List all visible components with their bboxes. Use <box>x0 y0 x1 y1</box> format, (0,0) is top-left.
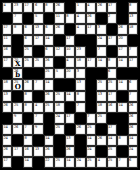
black-cell-r5c2 <box>12 46 22 57</box>
grid-cell-r12c8[interactable]: 26 <box>75 124 85 135</box>
grid-cell-r9c8[interactable]: 8 <box>75 91 85 102</box>
grid-cell-r12c4[interactable]: 9 <box>33 124 43 135</box>
code-number: 26 <box>56 3 60 8</box>
grid-cell-r8c4[interactable]: 7 <box>33 79 43 90</box>
grid-cell-r8c11[interactable]: 25 <box>107 79 117 90</box>
code-number: 26 <box>24 80 28 85</box>
code-number: 25 <box>45 103 49 108</box>
grid-cell-r3c10[interactable]: 3 <box>96 24 106 35</box>
grid-cell-r6c10[interactable]: 14 <box>96 57 106 68</box>
code-number: 7 <box>129 92 131 97</box>
code-number: 5 <box>56 69 58 74</box>
code-number: 18 <box>4 80 8 85</box>
code-number: 17 <box>66 114 70 119</box>
black-cell-r4c9 <box>86 35 96 46</box>
code-number: 18 <box>129 25 133 30</box>
code-number: 24 <box>56 114 60 119</box>
code-number: 14 <box>66 158 70 163</box>
code-number: 6 <box>45 25 47 30</box>
code-number: 8 <box>119 136 121 141</box>
code-number: 8 <box>24 92 26 97</box>
grid-cell-r10c6[interactable]: 18 <box>54 102 64 113</box>
grid-cell-r12c6[interactable]: 25 <box>54 124 64 135</box>
code-number: 25 <box>56 92 60 97</box>
grid-cell-r10c11[interactable]: 16 <box>107 102 117 113</box>
code-number: 8 <box>24 136 26 141</box>
grid-cell-r6c7[interactable]: 4 <box>65 57 75 68</box>
grid-cell-r1c10[interactable]: 26 <box>96 2 106 13</box>
grid-cell-r15c8[interactable]: 24 <box>75 157 85 168</box>
black-cell-r4c13 <box>128 35 138 46</box>
code-number: 26 <box>45 147 49 152</box>
black-cell-r13c4 <box>33 135 43 146</box>
grid-cell-r8c8[interactable]: 13 <box>75 79 85 90</box>
code-number: 14 <box>24 158 28 163</box>
grid-cell-r6c4[interactable]: 25 <box>33 57 43 68</box>
grid-cell-r4c12[interactable]: 20 <box>117 35 127 46</box>
grid-cell-r8c13[interactable]: 6 <box>128 79 138 90</box>
grid-cell-r14c2[interactable]: 17 <box>12 146 22 157</box>
black-cell-r1c7 <box>65 2 75 13</box>
black-cell-r8c6 <box>54 79 64 90</box>
grid-cell-r13c9[interactable]: 14 <box>86 135 96 146</box>
grid-cell-r6c5[interactable]: 26 <box>44 57 54 68</box>
grid-cell-r3c1[interactable]: 17 <box>2 24 12 35</box>
code-number: 6 <box>45 47 47 52</box>
code-number: 6 <box>129 80 131 85</box>
black-cell-r5c11 <box>107 46 117 57</box>
black-cell-r11c8 <box>75 113 85 124</box>
grid-cell-r7c7[interactable]: 20 <box>65 68 75 79</box>
grid-cell-r10c12[interactable]: 14 <box>117 102 127 113</box>
grid-cell-r9c11[interactable]: 17 <box>107 91 117 102</box>
black-cell-r7c1 <box>2 68 12 79</box>
grid-cell-r15c9[interactable]: 25 <box>86 157 96 168</box>
black-cell-r12c10 <box>96 124 106 135</box>
code-number: 7 <box>35 114 37 119</box>
grid-cell-r11c2[interactable]: 9 <box>12 113 22 124</box>
black-cell-r4c6 <box>54 35 64 46</box>
code-number: 14 <box>108 136 112 141</box>
code-number: 11 <box>4 36 8 41</box>
code-number: 26 <box>4 147 8 152</box>
code-number: 25 <box>108 80 112 85</box>
grid-cell-r4c5[interactable]: 14 <box>44 35 54 46</box>
code-number: 17 <box>4 158 8 163</box>
code-number: 16 <box>108 103 112 108</box>
code-number: 25 <box>108 158 112 163</box>
code-number: 22 <box>45 158 49 163</box>
code-number: 17 <box>14 147 18 152</box>
black-cell-r14c10 <box>96 146 106 157</box>
code-number: 14 <box>119 80 123 85</box>
black-cell-r12c12 <box>117 124 127 135</box>
grid-cell-r5c7[interactable]: 10 <box>65 46 75 57</box>
code-number: 14 <box>66 92 70 97</box>
grid-cell-r12c2[interactable]: 26 <box>12 124 22 135</box>
grid-cell-r11c6[interactable]: 24 <box>54 113 64 124</box>
grid-cell-r13c11[interactable]: 14 <box>107 135 117 146</box>
black-cell-r11c11 <box>107 113 117 124</box>
grid-cell-r8c5[interactable]: 14 <box>44 79 54 90</box>
grid-cell-r10c1[interactable]: 26 <box>2 102 12 113</box>
grid-cell-r6c2[interactable]: 20X <box>12 57 22 68</box>
grid-cell-r6c12[interactable]: 14 <box>117 57 127 68</box>
grid-cell-r13c7[interactable]: 13 <box>65 135 75 146</box>
grid-cell-r6c8[interactable]: 18 <box>75 57 85 68</box>
code-number: 4 <box>4 3 6 8</box>
code-number: 8 <box>66 14 68 19</box>
code-number: 24 <box>129 147 133 152</box>
grid-cell-r10c13[interactable]: 26 <box>128 102 138 113</box>
grid-cell-r15c13[interactable]: 6 <box>128 157 138 168</box>
grid-cell-r12c11[interactable]: 17 <box>107 124 117 135</box>
grid-cell-r5c13[interactable]: 7 <box>128 46 138 57</box>
grid-cell-r11c7[interactable]: 17 <box>65 113 75 124</box>
code-number: 18 <box>77 58 81 63</box>
grid-cell-r10c2[interactable]: 25 <box>12 102 22 113</box>
code-number: 25 <box>24 47 28 52</box>
grid-cell-r3c6[interactable]: 26 <box>54 24 64 35</box>
black-cell-r12c7 <box>65 124 75 135</box>
grid-cell-r8c2[interactable]: 25O <box>12 79 22 90</box>
grid-cell-r2c13[interactable]: 13 <box>128 13 138 24</box>
grid-cell-r10c10[interactable]: 18 <box>96 102 106 113</box>
grid-cell-r6c11[interactable]: 8 <box>107 57 117 68</box>
grid-cell-r13c12[interactable]: 8 <box>117 135 127 146</box>
code-number: 16 <box>4 47 8 52</box>
black-cell-r7c12 <box>117 68 127 79</box>
black-cell-r4c2 <box>12 35 22 46</box>
grid-cell-r4c3[interactable]: 6 <box>23 35 33 46</box>
code-number: 11 <box>56 14 60 19</box>
code-number: 4 <box>35 103 37 108</box>
grid-cell-r1c13[interactable]: 8 <box>128 2 138 13</box>
grid-cell-r14c9[interactable]: 24 <box>86 146 96 157</box>
code-number: 20 <box>119 36 123 41</box>
grid-cell-r13c13[interactable]: 14 <box>128 135 138 146</box>
black-cell-r2c1 <box>2 13 12 24</box>
black-cell-r5c9 <box>86 46 96 57</box>
grid-cell-r5c6[interactable]: 12 <box>54 46 64 57</box>
code-number: 12 <box>56 47 60 52</box>
black-cell-r9c2 <box>12 91 22 102</box>
code-number: 25 <box>56 125 60 130</box>
code-number: 2 <box>108 14 110 19</box>
code-number: 17 <box>119 47 123 52</box>
grid-cell-r13c10[interactable]: 26 <box>96 135 106 146</box>
grid-cell-r14c11[interactable]: 25 <box>107 146 117 157</box>
code-number: 17 <box>87 58 91 63</box>
code-number: 17 <box>108 36 112 41</box>
code-number: 14 <box>119 58 123 63</box>
grid-cell-r1c5[interactable]: 8 <box>44 2 54 13</box>
code-number: 26 <box>98 136 102 141</box>
grid-cell-r15c7[interactable]: 14 <box>65 157 75 168</box>
grid-cell-r6c3[interactable]: 25 <box>23 57 33 68</box>
grid-cell-r6c1[interactable]: 17 <box>2 57 12 68</box>
grid-cell-r7c2[interactable]: 26b <box>12 68 22 79</box>
grid-cell-r2c9[interactable]: 26 <box>86 13 96 24</box>
given-letter: X <box>13 60 21 67</box>
grid-cell-r1c2[interactable]: 23 <box>12 2 22 13</box>
grid-cell-r14c5[interactable]: 26 <box>44 146 54 157</box>
black-cell-r14c8 <box>75 146 85 157</box>
black-cell-r7c13 <box>128 68 138 79</box>
black-cell-r7c4 <box>33 68 43 79</box>
grid-cell-r15c12[interactable]: 7 <box>117 157 127 168</box>
given-letter: b <box>13 71 21 78</box>
code-number: 25 <box>87 158 91 163</box>
grid-cell-r5c1[interactable]: 16 <box>2 46 12 57</box>
grid-cell-r4c4[interactable]: 17 <box>33 35 43 46</box>
grid-cell-r4c10[interactable]: 24 <box>96 35 106 46</box>
grid-cell-r15c11[interactable]: 25 <box>107 157 117 168</box>
code-number: 13 <box>35 147 39 152</box>
code-number: 8 <box>129 3 131 8</box>
grid-cell-r11c13[interactable]: 26 <box>128 113 138 124</box>
grid-cell-r8c10[interactable]: 25 <box>96 79 106 90</box>
grid-cell-r2c8[interactable]: 4 <box>75 13 85 24</box>
grid-cell-r4c1[interactable]: 11 <box>2 35 12 46</box>
grid-cell-r10c3[interactable]: 8 <box>23 102 33 113</box>
code-number: 4 <box>87 3 89 8</box>
grid-cell-r15c5[interactable]: 22 <box>44 157 54 168</box>
code-number: 26 <box>87 14 91 19</box>
grid-cell-r8c3[interactable]: 26 <box>23 79 33 90</box>
grid-cell-r7c5[interactable]: 25 <box>44 68 54 79</box>
code-number: 7 <box>77 103 79 108</box>
code-number: 18 <box>98 103 102 108</box>
grid-cell-r12c13[interactable]: 26 <box>128 124 138 135</box>
grid-cell-r15c3[interactable]: 14 <box>23 157 33 168</box>
code-number: 25 <box>98 114 102 119</box>
grid-cell-r3c2[interactable]: 8 <box>12 24 22 35</box>
grid-cell-r2c11[interactable]: 2 <box>107 13 117 24</box>
code-number: 26 <box>14 125 18 130</box>
code-number: 6 <box>108 69 110 74</box>
black-cell-r1c12 <box>117 2 127 13</box>
grid-cell-r11c4[interactable]: 7 <box>33 113 43 124</box>
code-number: 14 <box>129 136 133 141</box>
code-number: 25 <box>24 58 28 63</box>
grid-cell-r9c5[interactable]: 26 <box>44 91 54 102</box>
grid-cell-r1c4[interactable]: 6 <box>33 2 43 13</box>
grid-cell-r14c1[interactable]: 26 <box>2 146 12 157</box>
grid-cell-r9c1[interactable]: 13 <box>2 91 12 102</box>
grid-cell-r13c1[interactable]: 24 <box>2 135 12 146</box>
code-number: 7 <box>24 125 26 130</box>
code-number: 26 <box>56 25 60 30</box>
grid-cell-r9c7[interactable]: 14 <box>65 91 75 102</box>
code-number: 14 <box>4 125 8 130</box>
grid-cell-r5c8[interactable]: 23 <box>75 46 85 57</box>
grid-cell-r7c8[interactable]: 3 <box>75 68 85 79</box>
black-cell-r2c12 <box>117 13 127 24</box>
grid-cell-r14c4[interactable]: 13 <box>33 146 43 157</box>
grid-cell-r9c3[interactable]: 8 <box>23 91 33 102</box>
grid-cell-r2c4[interactable]: 5 <box>33 13 43 24</box>
grid-cell-r2c2[interactable]: 7 <box>12 13 22 24</box>
code-number: 17 <box>24 3 28 8</box>
grid-cell-r5c10[interactable]: 7 <box>96 46 106 57</box>
grid-cell-r12c9[interactable]: 25 <box>86 124 96 135</box>
code-number: 8 <box>14 25 16 30</box>
black-cell-r10c9 <box>86 102 96 113</box>
code-number: 25 <box>45 69 49 74</box>
grid-cell-r14c13[interactable]: 24 <box>128 146 138 157</box>
code-number: 6 <box>35 3 37 8</box>
code-number: 26 <box>66 147 70 152</box>
black-cell-r3c11 <box>107 24 117 35</box>
code-number: 13 <box>98 92 102 97</box>
code-number: 17 <box>4 25 8 30</box>
black-cell-r2c10 <box>96 13 106 24</box>
code-number: 1 <box>77 3 79 8</box>
code-number: 25 <box>98 80 102 85</box>
grid-cell-r15c6[interactable]: 25 <box>54 157 64 168</box>
grid-cell-r1c3[interactable]: 17 <box>23 2 33 13</box>
black-cell-r8c7 <box>65 79 75 90</box>
code-number: 26 <box>129 114 133 119</box>
black-cell-r7c10 <box>96 68 106 79</box>
black-cell-r10c7 <box>65 102 75 113</box>
grid-cell-r3c5[interactable]: 6 <box>44 24 54 35</box>
code-number: 24 <box>4 136 8 141</box>
black-cell-r14c6 <box>54 146 64 157</box>
grid-cell-r1c6[interactable]: 26 <box>54 2 64 13</box>
grid-cell-r5c5[interactable]: 6 <box>44 46 54 57</box>
code-number: 13 <box>66 136 70 141</box>
grid-cell-r3c4[interactable]: 13 <box>33 24 43 35</box>
black-cell-r11c12 <box>117 113 127 124</box>
black-cell-r4c8 <box>75 35 85 46</box>
grid-cell-r10c5[interactable]: 25 <box>44 102 54 113</box>
grid-cell-r5c3[interactable]: 25 <box>23 46 33 57</box>
grid-cell-r9c13[interactable]: 7 <box>128 91 138 102</box>
grid-cell-r1c9[interactable]: 4 <box>86 2 96 13</box>
code-number: 10 <box>66 47 70 52</box>
code-number: 17 <box>108 3 112 8</box>
grid-cell-r3c3[interactable]: 6 <box>23 24 33 35</box>
black-cell-r11c1 <box>2 113 12 124</box>
grid-cell-r13c5[interactable]: 14 <box>44 135 54 146</box>
code-number: 18 <box>56 103 60 108</box>
black-cell-r13c2 <box>12 135 22 146</box>
code-number: 25 <box>87 125 91 130</box>
grid-cell-r8c1[interactable]: 18 <box>2 79 12 90</box>
grid-cell-r1c1[interactable]: 4 <box>2 2 12 13</box>
code-number: 25 <box>56 158 60 163</box>
grid-cell-r4c11[interactable]: 17 <box>107 35 117 46</box>
code-number: 14 <box>45 136 49 141</box>
code-number: 17 <box>4 58 8 63</box>
code-number: 3 <box>77 69 79 74</box>
grid-cell-r6c9[interactable]: 17 <box>86 57 96 68</box>
grid-cell-r8c12[interactable]: 14 <box>117 79 127 90</box>
code-number: 26 <box>98 3 102 8</box>
code-number: 26 <box>45 58 49 63</box>
black-cell-r3c7 <box>65 24 75 35</box>
code-number: 16 <box>24 147 28 152</box>
code-number: 13 <box>35 25 39 30</box>
code-number: 6 <box>24 25 26 30</box>
black-cell-r13c6 <box>54 135 64 146</box>
black-cell-r6c6 <box>54 57 64 68</box>
black-cell-r2c5 <box>44 13 54 24</box>
code-number: 7 <box>87 114 89 119</box>
grid-cell-r10c8[interactable]: 7 <box>75 102 85 113</box>
grid-cell-r2c6[interactable]: 11 <box>54 13 64 24</box>
code-number: 26 <box>119 25 123 30</box>
black-cell-r14c12 <box>117 146 127 157</box>
grid-cell-r11c9[interactable]: 7 <box>86 113 96 124</box>
grid-cell-r1c8[interactable]: 1 <box>75 2 85 13</box>
code-number: 4 <box>98 158 100 163</box>
code-number: 23 <box>14 3 18 8</box>
codeword-grid: 4231768261426178751184262131786136264173… <box>2 2 138 168</box>
code-number: 20 <box>66 69 70 74</box>
grid-cell-r3c9[interactable]: 17 <box>86 24 96 35</box>
black-cell-r11c3 <box>23 113 33 124</box>
code-number: 23 <box>77 47 81 52</box>
grid-cell-r12c1[interactable]: 14 <box>2 124 12 135</box>
grid-cell-r4c7[interactable]: 17 <box>65 35 75 46</box>
grid-cell-r7c6[interactable]: 5 <box>54 68 64 79</box>
code-number: 7 <box>98 47 100 52</box>
code-number: 8 <box>24 103 26 108</box>
code-number: 8 <box>108 58 110 63</box>
grid-cell-r7c11[interactable]: 6 <box>107 68 117 79</box>
code-number: 24 <box>98 36 102 41</box>
code-number: 9 <box>14 114 16 119</box>
grid-cell-r14c3[interactable]: 16 <box>23 146 33 157</box>
code-number: 26 <box>45 92 49 97</box>
code-number: 14 <box>98 58 102 63</box>
grid-cell-r3c12[interactable]: 26 <box>117 24 127 35</box>
given-letter: O <box>13 83 21 90</box>
grid-cell-r13c3[interactable]: 8 <box>23 135 33 146</box>
black-cell-r5c4 <box>33 46 43 57</box>
grid-cell-r15c10[interactable]: 4 <box>96 157 106 168</box>
grid-cell-r2c7[interactable]: 8 <box>65 13 75 24</box>
grid-cell-r3c13[interactable]: 18 <box>128 24 138 35</box>
black-cell-r7c9 <box>86 68 96 79</box>
code-number: 17 <box>129 58 133 63</box>
grid-cell-r5c12[interactable]: 17 <box>117 46 127 57</box>
black-cell-r12c5 <box>44 124 54 135</box>
grid-cell-r9c6[interactable]: 25 <box>54 91 64 102</box>
code-number: 14 <box>45 80 49 85</box>
grid-cell-r10c4[interactable]: 4 <box>33 102 43 113</box>
grid-cell-r1c11[interactable]: 17 <box>107 2 117 13</box>
code-number: 4 <box>77 14 79 19</box>
grid-cell-r3c8[interactable]: 4 <box>75 24 85 35</box>
grid-cell-r9c10[interactable]: 13 <box>96 91 106 102</box>
grid-cell-r15c1[interactable]: 17 <box>2 157 12 168</box>
code-number: 14 <box>45 36 49 41</box>
code-number: 26 <box>77 125 81 130</box>
grid-cell-r11c10[interactable]: 25 <box>96 113 106 124</box>
code-number: 7 <box>119 158 121 163</box>
code-number: 17 <box>87 25 91 30</box>
grid-cell-r12c3[interactable]: 7 <box>23 124 33 135</box>
code-number: 14 <box>119 103 123 108</box>
grid-cell-r14c7[interactable]: 26 <box>65 146 75 157</box>
code-number: 9 <box>35 125 37 130</box>
grid-cell-r6c13[interactable]: 17 <box>128 57 138 68</box>
code-number: 26 <box>4 103 8 108</box>
